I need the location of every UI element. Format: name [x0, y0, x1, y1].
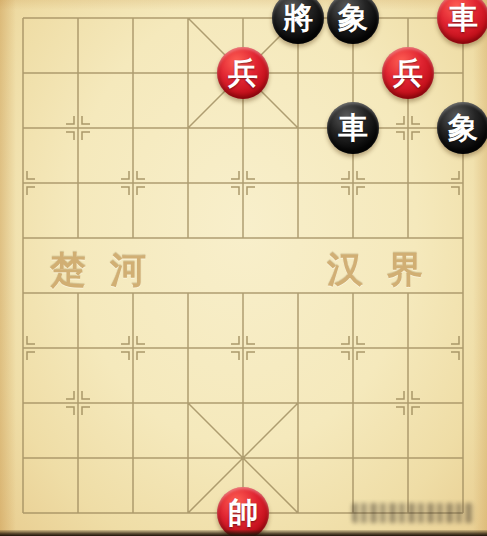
piece-red-general[interactable]: 帥	[217, 487, 269, 536]
board-bottom-edge	[0, 530, 487, 536]
piece-black-elephant[interactable]: 象	[437, 102, 487, 154]
xiangqi-board[interactable]: 楚河 汉界 將象車兵兵車象帥	[0, 0, 487, 536]
pieces-layer: 將象車兵兵車象帥	[0, 0, 487, 536]
piece-red-soldier[interactable]: 兵	[217, 47, 269, 99]
watermark	[352, 503, 474, 523]
piece-black-general[interactable]: 將	[272, 0, 324, 44]
piece-black-elephant[interactable]: 象	[327, 0, 379, 44]
piece-red-soldier[interactable]: 兵	[382, 47, 434, 99]
piece-red-chariot[interactable]: 車	[437, 0, 487, 44]
piece-black-chariot[interactable]: 車	[327, 102, 379, 154]
